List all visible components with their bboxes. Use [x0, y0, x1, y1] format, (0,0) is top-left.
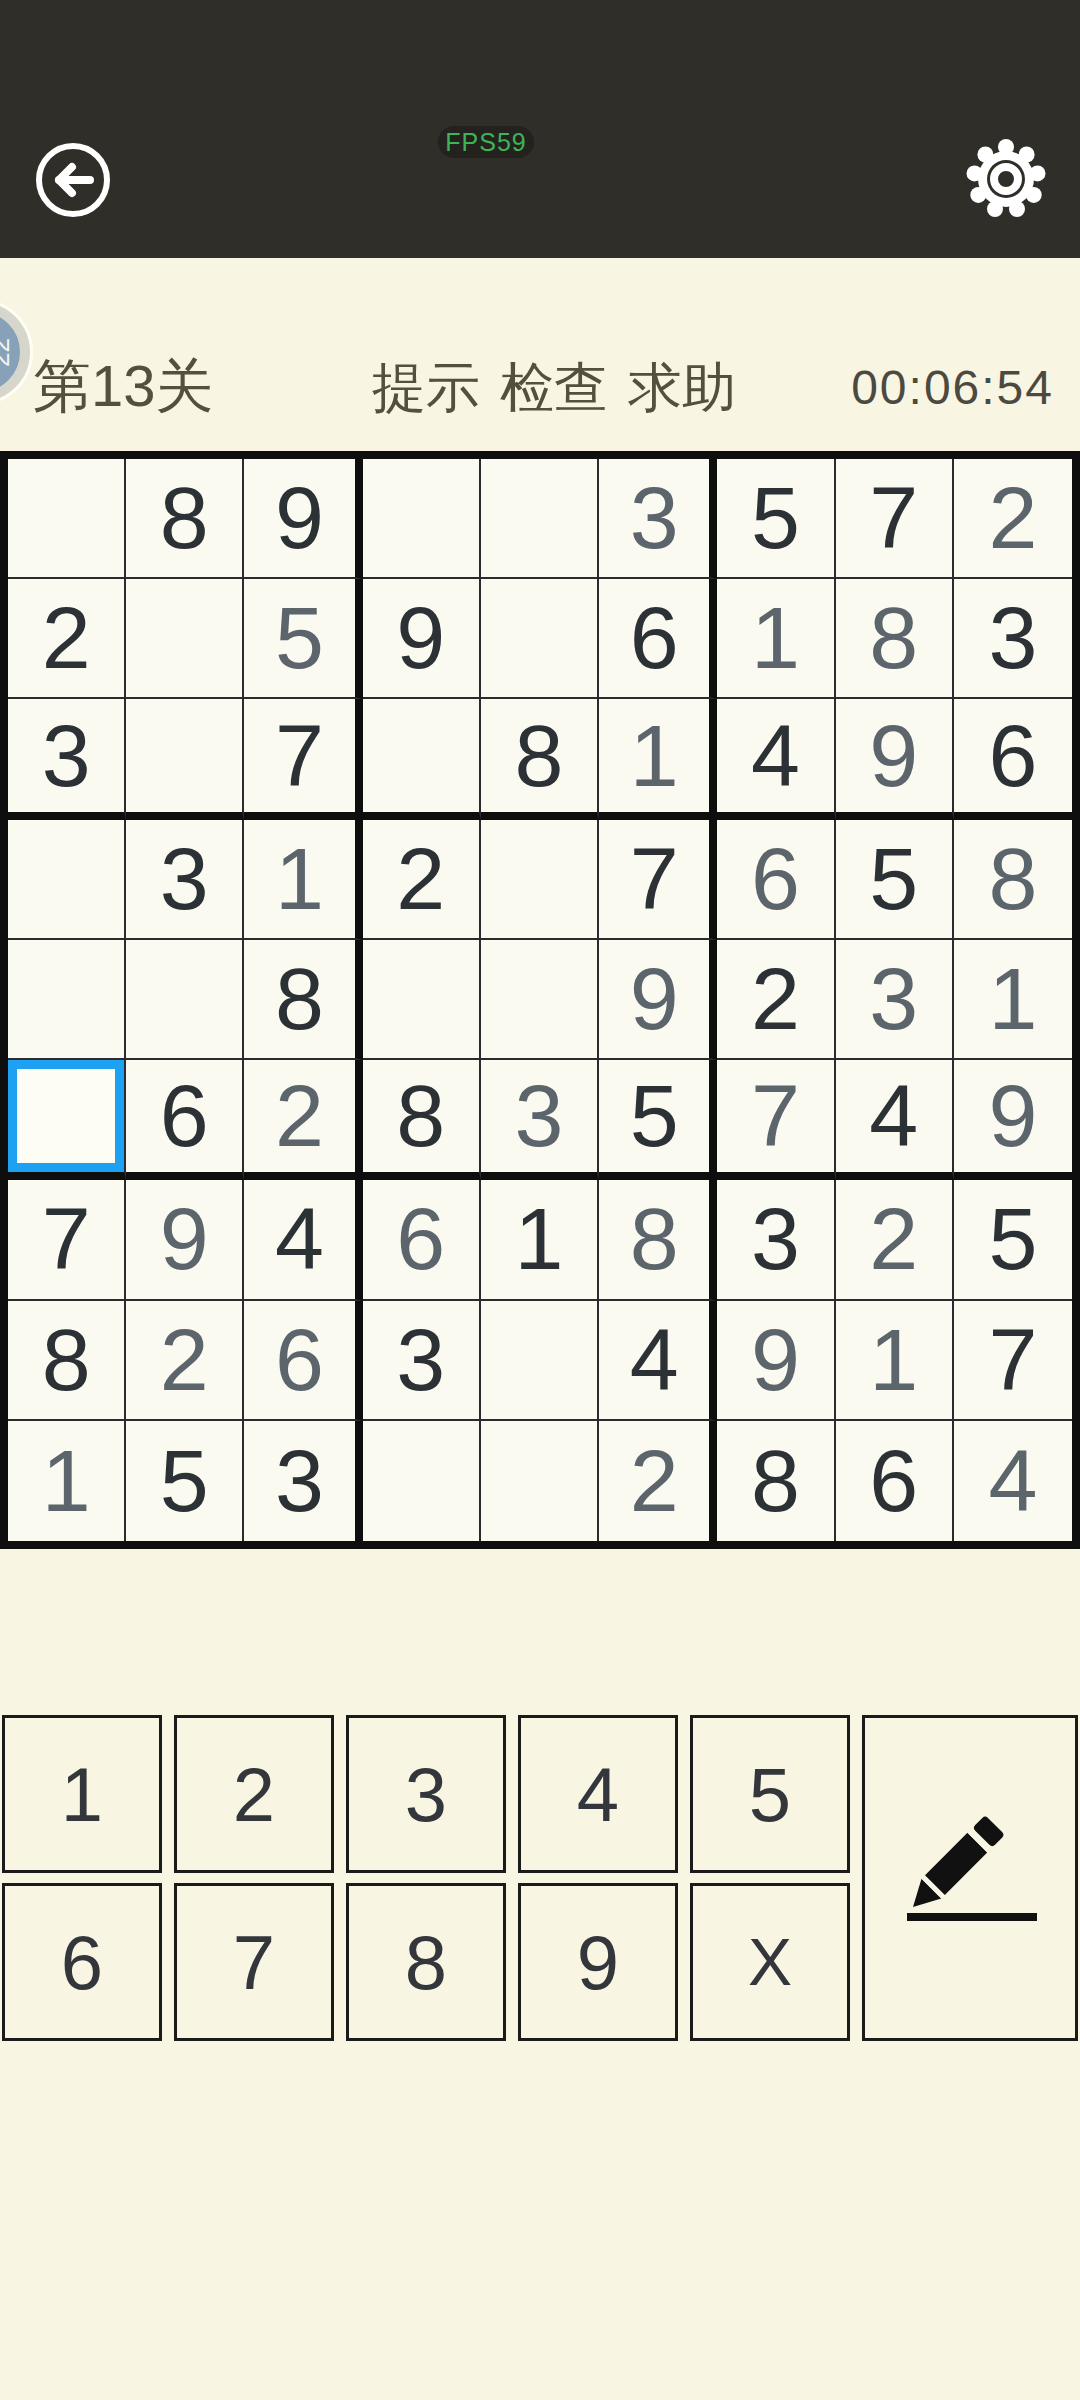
cell-r3c4[interactable] [363, 699, 481, 819]
cell-r9c5[interactable] [481, 1421, 599, 1541]
cell-r7c6[interactable]: 8 [599, 1180, 717, 1300]
cell-r3c3[interactable]: 7 [244, 699, 362, 819]
pencil-button[interactable] [862, 1715, 1078, 2041]
tab-hint[interactable]: 提示 [372, 352, 480, 425]
cell-r6c9[interactable]: 9 [954, 1060, 1072, 1180]
cell-r4c8[interactable]: 5 [836, 820, 954, 940]
cell-r6c3[interactable]: 2 [244, 1060, 362, 1180]
pad-button-9[interactable]: 9 [518, 1883, 678, 2041]
cell-r6c6[interactable]: 5 [599, 1060, 717, 1180]
cell-r7c7[interactable]: 3 [717, 1180, 835, 1300]
cell-r3c2[interactable] [126, 699, 244, 819]
cell-r4c9[interactable]: 8 [954, 820, 1072, 940]
cell-r8c3[interactable]: 6 [244, 1301, 362, 1421]
cell-r9c2[interactable]: 5 [126, 1421, 244, 1541]
pad-button-7[interactable]: 7 [174, 1883, 334, 2041]
cell-r4c5[interactable] [481, 820, 599, 940]
cell-r1c7[interactable]: 5 [717, 459, 835, 579]
cell-r8c6[interactable]: 4 [599, 1301, 717, 1421]
pad-button-6[interactable]: 6 [2, 1883, 162, 2041]
cell-r7c9[interactable]: 5 [954, 1180, 1072, 1300]
cell-r9c9[interactable]: 4 [954, 1421, 1072, 1541]
cell-r9c1[interactable]: 1 [8, 1421, 126, 1541]
cell-r7c4[interactable]: 6 [363, 1180, 481, 1300]
cell-r9c6[interactable]: 2 [599, 1421, 717, 1541]
header-tabs: 提示 检查 求助 [372, 352, 736, 425]
cell-r4c1[interactable] [8, 820, 126, 940]
tab-help[interactable]: 求助 [628, 352, 736, 425]
cell-r3c1[interactable]: 3 [8, 699, 126, 819]
cell-r8c9[interactable]: 7 [954, 1301, 1072, 1421]
cell-r6c7[interactable]: 7 [717, 1060, 835, 1180]
cell-r4c7[interactable]: 6 [717, 820, 835, 940]
cell-r9c4[interactable] [363, 1421, 481, 1541]
cell-r1c9[interactable]: 2 [954, 459, 1072, 579]
gear-icon [963, 208, 1049, 225]
cell-r3c9[interactable]: 6 [954, 699, 1072, 819]
settings-button[interactable] [963, 136, 1049, 222]
cell-r4c3[interactable]: 1 [244, 820, 362, 940]
cell-r5c5[interactable] [481, 940, 599, 1060]
cell-r1c8[interactable]: 7 [836, 459, 954, 579]
pad-button-4[interactable]: 4 [518, 1715, 678, 1873]
cell-r5c7[interactable]: 2 [717, 940, 835, 1060]
floating-bubble[interactable]: 22 [0, 302, 30, 402]
fps-badge: FPS59 [438, 126, 534, 158]
cell-r2c5[interactable] [481, 579, 599, 699]
pencil-icon [895, 1795, 1045, 1962]
cell-r5c4[interactable] [363, 940, 481, 1060]
back-arrow-icon [33, 206, 113, 223]
cell-r5c8[interactable]: 3 [836, 940, 954, 1060]
cell-r1c5[interactable] [481, 459, 599, 579]
cell-r2c2[interactable] [126, 579, 244, 699]
cell-r6c8[interactable]: 4 [836, 1060, 954, 1180]
cell-r2c7[interactable]: 1 [717, 579, 835, 699]
cell-r8c5[interactable] [481, 1301, 599, 1421]
level-label: 第13关 [33, 348, 214, 426]
cell-r5c1[interactable] [8, 940, 126, 1060]
cell-r4c2[interactable]: 3 [126, 820, 244, 940]
pad-button-2[interactable]: 2 [174, 1715, 334, 1873]
cell-r3c8[interactable]: 9 [836, 699, 954, 819]
cell-r7c2[interactable]: 9 [126, 1180, 244, 1300]
pad-button-3[interactable]: 3 [346, 1715, 506, 1873]
cell-r3c7[interactable]: 4 [717, 699, 835, 819]
cell-r8c8[interactable]: 1 [836, 1301, 954, 1421]
cell-r2c9[interactable]: 3 [954, 579, 1072, 699]
cell-r2c3[interactable]: 5 [244, 579, 362, 699]
cell-r3c6[interactable]: 1 [599, 699, 717, 819]
timer: 00:06:54 [851, 360, 1054, 415]
cell-r1c2[interactable]: 8 [126, 459, 244, 579]
cell-r4c6[interactable]: 7 [599, 820, 717, 940]
top-bar: FPS59 [0, 0, 1080, 258]
cell-r8c7[interactable]: 9 [717, 1301, 835, 1421]
tab-check[interactable]: 检查 [500, 352, 608, 425]
cell-r5c6[interactable]: 9 [599, 940, 717, 1060]
cell-r6c4[interactable]: 8 [363, 1060, 481, 1180]
cell-r1c6[interactable]: 3 [599, 459, 717, 579]
back-button[interactable] [33, 140, 113, 220]
number-pad: 123456789X [2, 1715, 1078, 2041]
cell-r9c3[interactable]: 3 [244, 1421, 362, 1541]
fps-label: FPS59 [445, 128, 526, 157]
pad-button-1[interactable]: 1 [2, 1715, 162, 1873]
cell-r5c3[interactable]: 8 [244, 940, 362, 1060]
cell-r1c3[interactable]: 9 [244, 459, 362, 579]
cell-r5c2[interactable] [126, 940, 244, 1060]
cell-r1c4[interactable] [363, 459, 481, 579]
clear-button[interactable]: X [690, 1883, 850, 2041]
cell-r9c7[interactable]: 8 [717, 1421, 835, 1541]
pad-button-5[interactable]: 5 [690, 1715, 850, 1873]
cell-r2c8[interactable]: 8 [836, 579, 954, 699]
cell-r5c9[interactable]: 1 [954, 940, 1072, 1060]
cell-r9c8[interactable]: 6 [836, 1421, 954, 1541]
cell-r7c5[interactable]: 1 [481, 1180, 599, 1300]
cell-r8c2[interactable]: 2 [126, 1301, 244, 1421]
cell-r8c1[interactable]: 8 [8, 1301, 126, 1421]
cell-r7c3[interactable]: 4 [244, 1180, 362, 1300]
cell-r6c2[interactable]: 6 [126, 1060, 244, 1180]
cell-r2c1[interactable]: 2 [8, 579, 126, 699]
cell-r2c6[interactable]: 6 [599, 579, 717, 699]
cell-r7c1[interactable]: 7 [8, 1180, 126, 1300]
cell-r3c5[interactable]: 8 [481, 699, 599, 819]
sudoku-board: 8935722596183378149631276588923162835749… [0, 451, 1080, 1549]
cell-r1c1[interactable] [8, 459, 126, 579]
cell-r6c1[interactable] [8, 1060, 126, 1180]
cell-r2c4[interactable]: 9 [363, 579, 481, 699]
cell-r7c8[interactable]: 2 [836, 1180, 954, 1300]
floating-bubble-label: 22 [0, 338, 15, 367]
cell-r6c5[interactable]: 3 [481, 1060, 599, 1180]
cell-r4c4[interactable]: 2 [363, 820, 481, 940]
cell-r8c4[interactable]: 3 [363, 1301, 481, 1421]
pad-button-8[interactable]: 8 [346, 1883, 506, 2041]
